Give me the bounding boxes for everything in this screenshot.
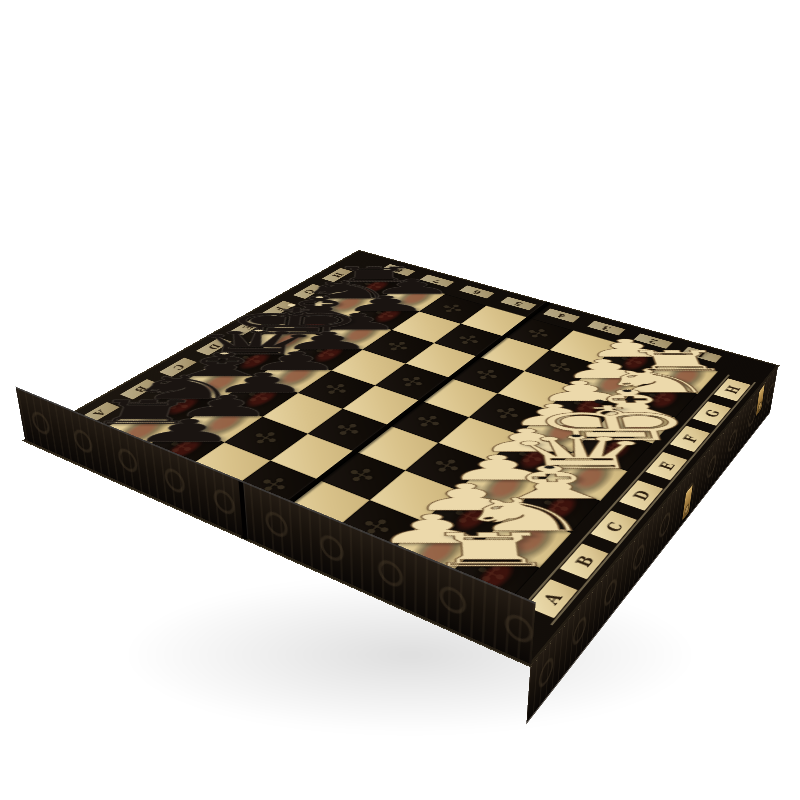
- coordinate-label: E: [645, 452, 687, 480]
- carved-motif-icon: ✣: [328, 419, 369, 440]
- square-c1[interactable]: ✣: [513, 481, 600, 533]
- carved-motif-icon: ✣: [469, 366, 506, 384]
- carved-motif-icon: ✣: [394, 373, 432, 391]
- brass-clasp-icon: [756, 383, 765, 417]
- coordinate-label: B: [560, 544, 609, 580]
- chess-board: ABCDEFGH 87654321 ABCDEFGH 87654321 ✣✣✣✣…: [22, 250, 780, 668]
- square-b2[interactable]: ✣: [423, 490, 513, 544]
- carved-motif-icon: ✣: [409, 411, 449, 431]
- coordinate-label: C: [591, 511, 637, 544]
- photo-canvas: ABCDEFGH 87654321 ABCDEFGH 87654321 ✣✣✣✣…: [0, 0, 800, 800]
- square-c2[interactable]: [458, 461, 544, 511]
- coordinate-label: 5: [500, 297, 536, 311]
- carved-motif-icon: ✣: [426, 455, 468, 478]
- square-b3[interactable]: [370, 470, 458, 521]
- square-c4[interactable]: [355, 425, 438, 470]
- carved-motif-icon: ✣: [341, 464, 384, 487]
- scene: ABCDEFGH 87654321 ABCDEFGH 87654321 ✣✣✣✣…: [0, 0, 800, 800]
- carved-motif-icon: ✣: [535, 493, 579, 518]
- fold-seam-wall: [238, 481, 247, 538]
- carved-motif-icon: ✣: [452, 332, 487, 348]
- coordinate-label: 4: [543, 308, 580, 322]
- finial-accent-icon: [594, 400, 604, 404]
- square-b5[interactable]: [270, 434, 355, 480]
- finial-accent-icon: [571, 435, 581, 437]
- square-b4[interactable]: ✣: [319, 452, 405, 500]
- square-b1[interactable]: [480, 511, 571, 568]
- carved-motif-icon: ✣: [246, 428, 287, 449]
- carved-motif-icon: ✣: [522, 326, 557, 342]
- finial-accent-icon: [622, 390, 632, 392]
- carved-motif-icon: ✣: [446, 503, 491, 529]
- coordinate-label: D: [619, 480, 663, 511]
- brass-clasp-icon: [682, 484, 693, 521]
